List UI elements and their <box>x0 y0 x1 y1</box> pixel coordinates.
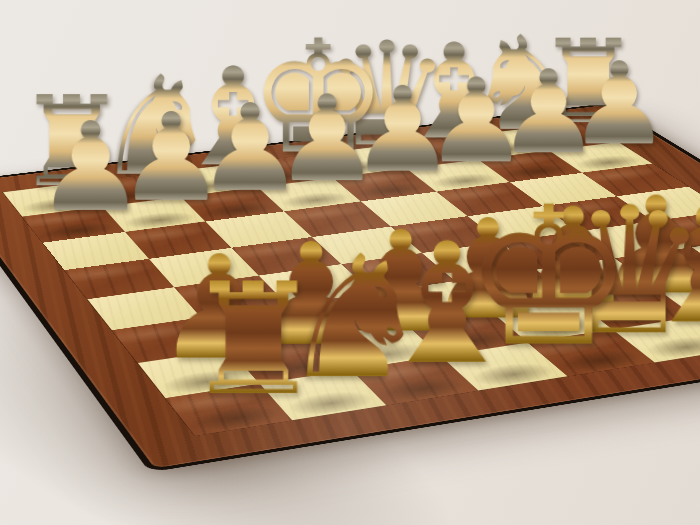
square-h8: ♜ <box>166 384 293 436</box>
scene: ♜♞♝♚♛♝♞♜♟♟♟♟♟♟♟♟♟♟♟♟♟♟♟♟♜♞♝♚♛♝♞♜ <box>0 0 700 525</box>
piece-white-pawn-h2: ♟ <box>36 107 120 230</box>
white-pawn-glyph: ♟ <box>36 107 146 230</box>
piece-black-rook-h8: ♜ <box>184 262 285 417</box>
black-rook-glyph: ♜ <box>184 262 323 417</box>
board-grid: ♜♞♝♚♛♝♞♜♟♟♟♟♟♟♟♟♟♟♟♟♟♟♟♟♜♞♝♚♛♝♞♜ <box>3 121 700 436</box>
